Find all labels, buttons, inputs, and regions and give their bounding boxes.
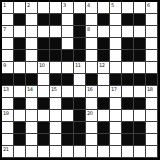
letter-cell[interactable] [74,146,86,158]
clue-number: 12 [99,62,104,68]
letter-cell[interactable]: 17 [110,86,122,98]
letter-cell[interactable] [38,2,50,14]
blocked-cell [14,50,26,62]
letter-cell[interactable] [98,74,110,86]
blocked-cell [2,74,14,86]
clue-number: 20 [87,110,92,116]
letter-cell[interactable] [62,26,74,38]
letter-cell[interactable] [50,62,62,74]
letter-cell[interactable] [62,38,74,50]
letter-cell[interactable] [62,14,74,26]
letter-cell[interactable] [134,2,146,14]
blocked-cell [134,122,146,134]
letter-cell[interactable]: 18 [146,86,158,98]
letter-cell[interactable] [38,110,50,122]
letter-cell[interactable] [86,122,98,134]
letter-cell[interactable]: 8 [86,26,98,38]
letter-cell[interactable] [2,122,14,134]
blocked-cell [50,14,62,26]
blocked-cell [62,74,74,86]
blocked-cell [98,98,110,110]
letter-cell[interactable] [26,146,38,158]
letter-cell[interactable] [14,146,26,158]
letter-cell[interactable] [62,62,74,74]
letter-cell[interactable] [146,62,158,74]
blocked-cell [14,14,26,26]
blocked-cell [74,50,86,62]
letter-cell[interactable] [26,62,38,74]
letter-cell[interactable] [74,74,86,86]
blocked-cell [26,74,38,86]
letter-cell[interactable] [146,122,158,134]
clue-number: 14 [27,86,32,92]
clue-number: 8 [87,26,90,32]
blocked-cell [122,134,134,146]
letter-cell[interactable] [122,110,134,122]
letter-cell[interactable] [74,86,86,98]
letter-cell[interactable] [38,26,50,38]
letter-cell[interactable]: 3 [62,2,74,14]
clue-number: 4 [87,2,90,8]
letter-cell[interactable] [14,2,26,14]
letter-cell[interactable] [110,110,122,122]
clue-number: 1 [3,2,6,8]
letter-cell[interactable] [122,86,134,98]
blocked-cell [74,122,86,134]
letter-cell[interactable] [122,146,134,158]
letter-cell[interactable]: 6 [146,2,158,14]
blocked-cell [98,50,110,62]
letter-cell[interactable] [146,146,158,158]
letter-cell[interactable] [2,50,14,62]
letter-cell[interactable] [26,50,38,62]
letter-cell[interactable] [146,98,158,110]
letter-cell[interactable] [146,26,158,38]
crossword-board: 123456789101112131415161718192021 [0,0,160,160]
letter-cell[interactable] [110,98,122,110]
letter-cell[interactable] [110,26,122,38]
blocked-cell [14,134,26,146]
clue-number: 15 [51,86,56,92]
letter-cell[interactable] [14,86,26,98]
letter-cell[interactable] [146,134,158,146]
letter-cell[interactable] [98,146,110,158]
letter-cell[interactable] [86,98,98,110]
letter-cell[interactable]: 21 [2,146,14,158]
letter-cell[interactable] [26,98,38,110]
letter-cell[interactable] [122,62,134,74]
blocked-cell [134,74,146,86]
blocked-cell [38,50,50,62]
clue-number: 13 [3,86,8,92]
letter-cell[interactable] [74,2,86,14]
letter-cell[interactable] [26,134,38,146]
letter-cell[interactable] [50,98,62,110]
letter-cell[interactable] [50,146,62,158]
letter-cell[interactable] [2,98,14,110]
blocked-cell [122,38,134,50]
letter-cell[interactable] [26,38,38,50]
letter-cell[interactable]: 14 [26,86,38,98]
letter-cell[interactable] [134,26,146,38]
blocked-cell [134,134,146,146]
letter-cell[interactable] [38,86,50,98]
letter-cell[interactable]: 7 [2,26,14,38]
blocked-cell [86,74,98,86]
letter-cell[interactable]: 2 [26,2,38,14]
blocked-cell [134,98,146,110]
letter-cell[interactable] [110,134,122,146]
letter-cell[interactable]: 20 [86,110,98,122]
letter-cell[interactable] [98,2,110,14]
blocked-cell [74,14,86,26]
clue-number: 3 [63,2,66,8]
blocked-cell [50,74,62,86]
letter-cell[interactable] [146,50,158,62]
letter-cell[interactable] [98,86,110,98]
letter-cell[interactable] [14,110,26,122]
blocked-cell [110,74,122,86]
crossword-page: 123456789101112131415161718192021 [0,0,160,160]
letter-cell[interactable] [146,38,158,50]
letter-cell[interactable]: 11 [74,62,86,74]
letter-cell[interactable] [122,2,134,14]
letter-cell[interactable] [86,134,98,146]
blocked-cell [98,14,110,26]
blocked-cell [14,98,26,110]
letter-cell[interactable] [134,110,146,122]
letter-cell[interactable] [62,110,74,122]
blocked-cell [74,26,86,38]
blocked-cell [38,134,50,146]
blocked-cell [122,74,134,86]
letter-cell[interactable]: 15 [50,86,62,98]
letter-cell[interactable] [110,62,122,74]
letter-cell[interactable] [110,14,122,26]
blocked-cell [122,50,134,62]
letter-cell[interactable]: 1 [2,2,14,14]
blocked-cell [38,14,50,26]
blocked-cell [122,98,134,110]
letter-cell[interactable] [50,2,62,14]
blocked-cell [62,98,74,110]
letter-cell[interactable] [110,146,122,158]
clue-number: 7 [3,26,6,32]
clue-number: 5 [111,2,114,8]
blocked-cell [74,38,86,50]
letter-cell[interactable] [26,14,38,26]
blocked-cell [98,122,110,134]
blocked-cell [14,122,26,134]
blocked-cell [38,98,50,110]
letter-cell[interactable] [2,14,14,26]
clue-number: 18 [147,86,152,92]
blocked-cell [134,50,146,62]
letter-cell[interactable] [110,38,122,50]
blocked-cell [50,38,62,50]
letter-cell[interactable] [134,62,146,74]
blocked-cell [62,50,74,62]
clue-number: 16 [87,86,92,92]
letter-cell[interactable] [62,86,74,98]
letter-cell[interactable] [86,50,98,62]
letter-cell[interactable]: 5 [110,2,122,14]
letter-cell[interactable] [146,110,158,122]
letter-cell[interactable] [146,14,158,26]
clue-number: 17 [111,86,116,92]
letter-cell[interactable] [86,62,98,74]
letter-cell[interactable] [14,62,26,74]
letter-cell[interactable] [110,122,122,134]
letter-cell[interactable] [14,26,26,38]
letter-cell[interactable] [62,146,74,158]
blocked-cell [122,14,134,26]
blocked-cell [146,74,158,86]
blocked-cell [38,38,50,50]
clue-number: 19 [3,110,8,116]
clue-number: 21 [3,146,8,152]
letter-cell[interactable] [38,146,50,158]
blocked-cell [98,134,110,146]
letter-cell[interactable]: 9 [2,62,14,74]
letter-cell[interactable] [98,26,110,38]
letter-cell[interactable] [98,110,110,122]
clue-number: 10 [39,62,44,68]
blocked-cell [98,38,110,50]
clue-number: 11 [75,62,80,68]
blocked-cell [50,50,62,62]
blocked-cell [14,74,26,86]
blocked-cell [62,122,74,134]
letter-cell[interactable] [50,134,62,146]
letter-cell[interactable] [86,146,98,158]
letter-cell[interactable] [86,38,98,50]
blocked-cell [74,98,86,110]
blocked-cell [38,122,50,134]
blocked-cell [134,14,146,26]
blocked-cell [122,122,134,134]
letter-cell[interactable]: 19 [2,110,14,122]
letter-cell[interactable] [122,26,134,38]
letter-cell[interactable] [50,110,62,122]
letter-cell[interactable] [86,14,98,26]
letter-cell[interactable]: 10 [38,62,50,74]
letter-cell[interactable] [26,122,38,134]
clue-number: 9 [3,62,6,68]
blocked-cell [74,134,86,146]
letter-cell[interactable] [2,38,14,50]
letter-cell[interactable]: 12 [98,62,110,74]
letter-cell[interactable] [26,110,38,122]
clue-number: 6 [147,2,150,8]
letter-cell[interactable]: 16 [86,86,98,98]
letter-cell[interactable]: 13 [2,86,14,98]
letter-cell[interactable] [26,26,38,38]
blocked-cell [14,38,26,50]
letter-cell[interactable] [38,74,50,86]
letter-cell[interactable] [50,26,62,38]
letter-cell[interactable] [110,50,122,62]
blocked-cell [134,38,146,50]
letter-cell[interactable] [134,146,146,158]
letter-cell[interactable] [134,86,146,98]
letter-cell[interactable] [50,122,62,134]
letter-cell[interactable]: 4 [86,2,98,14]
blocked-cell [74,110,86,122]
clue-number: 2 [27,2,30,8]
letter-cell[interactable] [2,134,14,146]
blocked-cell [62,134,74,146]
